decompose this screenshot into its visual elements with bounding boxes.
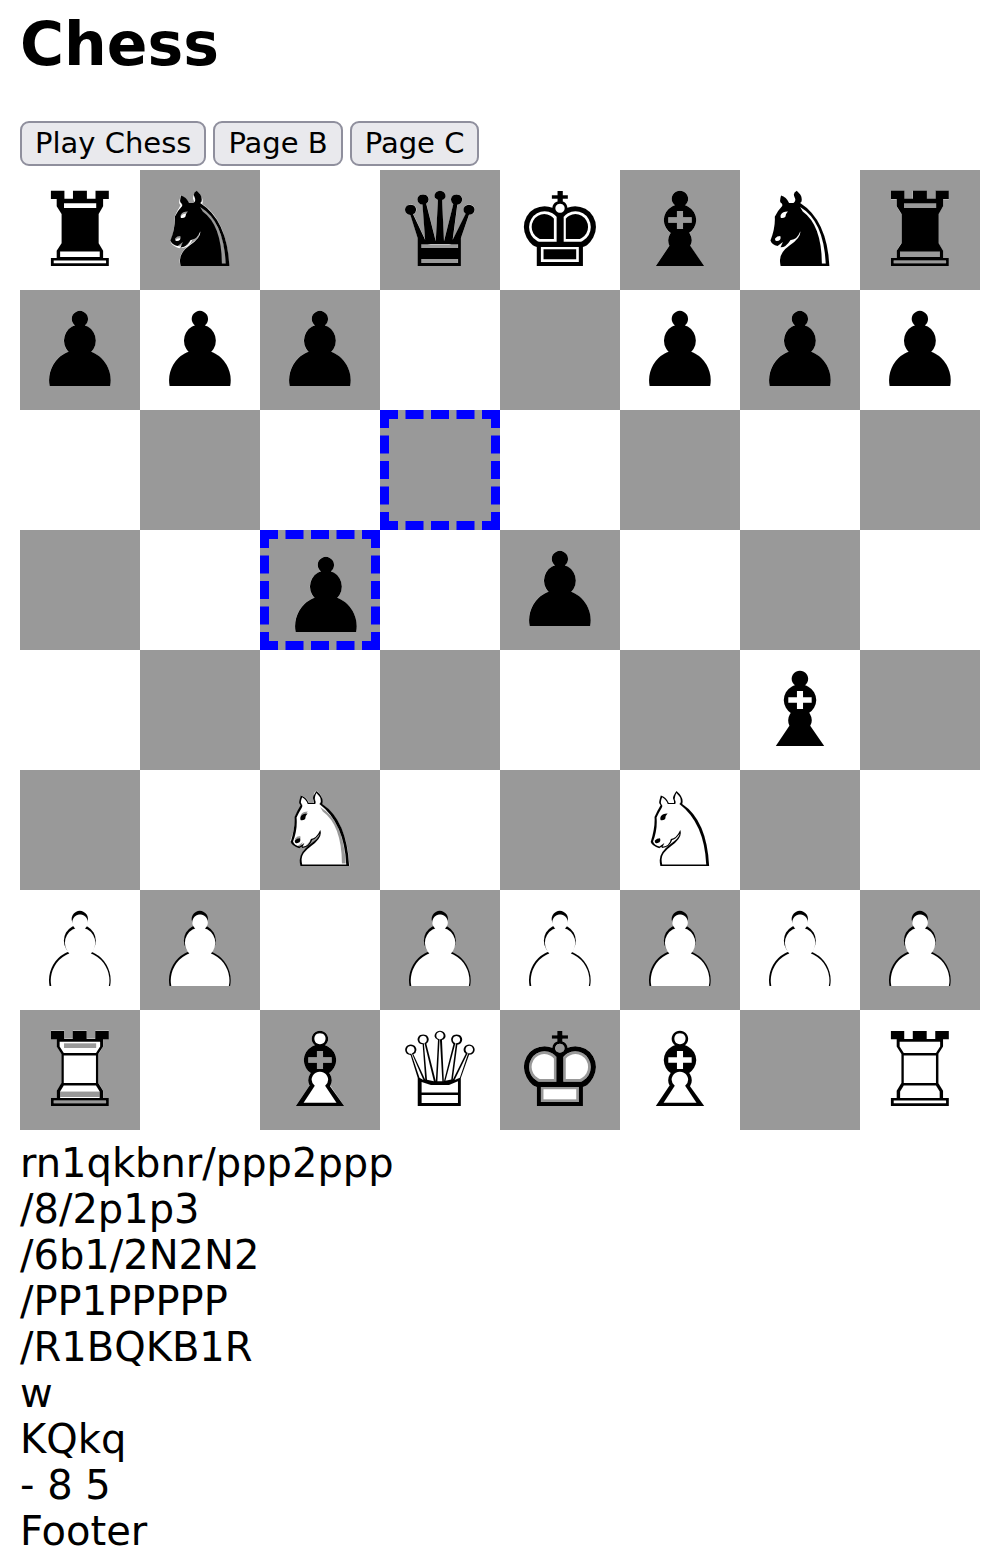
piece-wP-f2[interactable]: ♟♙ bbox=[623, 893, 737, 1007]
piece-fill-glyph: ♟ bbox=[516, 903, 604, 1001]
piece-outline-glyph: ♟ bbox=[754, 299, 846, 402]
piece-bK-e8[interactable]: ♔♚ bbox=[503, 173, 617, 287]
piece-bN-g8[interactable]: ♘♞ bbox=[743, 173, 857, 287]
square-b1[interactable] bbox=[140, 1010, 260, 1130]
square-d6[interactable] bbox=[380, 410, 500, 530]
square-g2[interactable]: ♟♙ bbox=[740, 890, 860, 1010]
piece-outline-glyph: ♔ bbox=[514, 1019, 606, 1122]
footer-text: Footer bbox=[20, 1508, 980, 1550]
chess-board: ♖♜♘♞♕♛♔♚♗♝♘♞♖♜♙♟♙♟♙♟♙♟♙♟♙♟♙♟♙♟♗♝♞♘♞♘♟♙♟♙… bbox=[20, 170, 980, 1130]
square-f4[interactable] bbox=[620, 650, 740, 770]
page-title: Chess bbox=[20, 10, 980, 79]
square-h7[interactable]: ♙♟ bbox=[860, 290, 980, 410]
square-c4[interactable] bbox=[260, 650, 380, 770]
piece-wP-g2[interactable]: ♟♙ bbox=[743, 893, 857, 1007]
piece-bB-f8[interactable]: ♗♝ bbox=[623, 173, 737, 287]
square-h5[interactable] bbox=[860, 530, 980, 650]
square-e7[interactable] bbox=[500, 290, 620, 410]
square-g3[interactable] bbox=[740, 770, 860, 890]
square-a5[interactable] bbox=[20, 530, 140, 650]
square-h1[interactable]: ♜♖ bbox=[860, 1010, 980, 1130]
piece-bR-a8[interactable]: ♖♜ bbox=[23, 173, 137, 287]
piece-wR-h1[interactable]: ♜♖ bbox=[863, 1013, 977, 1127]
piece-outline-glyph: ♖ bbox=[34, 1019, 126, 1122]
piece-fill-glyph: ♟ bbox=[156, 903, 244, 1001]
square-f3[interactable]: ♞♘ bbox=[620, 770, 740, 890]
square-c6[interactable] bbox=[260, 410, 380, 530]
fen-line-7: KQkq bbox=[20, 1416, 980, 1462]
piece-outline-glyph: ♟ bbox=[154, 299, 246, 402]
piece-outline-glyph: ♗ bbox=[634, 1019, 726, 1122]
square-a6[interactable] bbox=[20, 410, 140, 530]
square-g6[interactable] bbox=[740, 410, 860, 530]
piece-outline-glyph: ♕ bbox=[394, 1019, 486, 1122]
piece-outline-glyph: ♟ bbox=[274, 299, 366, 402]
piece-wR-a1[interactable]: ♜♖ bbox=[23, 1013, 137, 1127]
piece-outline-glyph: ♟ bbox=[280, 545, 372, 648]
square-c2[interactable] bbox=[260, 890, 380, 1010]
square-a2[interactable]: ♟♙ bbox=[20, 890, 140, 1010]
square-a1[interactable]: ♜♖ bbox=[20, 1010, 140, 1130]
piece-wN-c3[interactable]: ♞♘ bbox=[263, 773, 377, 887]
square-e8[interactable]: ♔♚ bbox=[500, 170, 620, 290]
piece-outline-glyph: ♘ bbox=[274, 779, 366, 882]
square-c5[interactable]: ♙♟ bbox=[260, 530, 380, 650]
page-c-button[interactable]: Page C bbox=[350, 121, 480, 166]
piece-outline-glyph: ♖ bbox=[874, 1019, 966, 1122]
piece-outline-glyph: ♟ bbox=[514, 539, 606, 642]
piece-outline-glyph: ♝ bbox=[754, 659, 846, 762]
square-g4[interactable]: ♗♝ bbox=[740, 650, 860, 770]
square-c7[interactable]: ♙♟ bbox=[260, 290, 380, 410]
piece-bP-c7[interactable]: ♙♟ bbox=[263, 293, 377, 407]
fen-line-8: - 8 5 bbox=[20, 1462, 980, 1508]
piece-outline-glyph: ♟ bbox=[34, 299, 126, 402]
piece-bP-c5[interactable]: ♙♟ bbox=[269, 539, 383, 653]
piece-wK-e1[interactable]: ♚♔ bbox=[503, 1013, 617, 1127]
piece-fill-glyph: ♟ bbox=[876, 903, 964, 1001]
square-f6[interactable] bbox=[620, 410, 740, 530]
piece-fill-glyph: ♟ bbox=[36, 903, 124, 1001]
piece-outline-glyph: ♗ bbox=[274, 1019, 366, 1122]
square-g7[interactable]: ♙♟ bbox=[740, 290, 860, 410]
piece-wP-h2[interactable]: ♟♙ bbox=[863, 893, 977, 1007]
piece-wQ-d1[interactable]: ♛♕ bbox=[383, 1013, 497, 1127]
piece-outline-glyph: ♞ bbox=[154, 179, 246, 282]
square-b6[interactable] bbox=[140, 410, 260, 530]
square-c3[interactable]: ♞♘ bbox=[260, 770, 380, 890]
piece-outline-glyph: ♚ bbox=[514, 179, 606, 282]
piece-wP-a2[interactable]: ♟♙ bbox=[23, 893, 137, 1007]
square-a4[interactable] bbox=[20, 650, 140, 770]
square-e3[interactable] bbox=[500, 770, 620, 890]
piece-fill-glyph: ♟ bbox=[756, 903, 844, 1001]
square-e2[interactable]: ♟♙ bbox=[500, 890, 620, 1010]
piece-outline-glyph: ♘ bbox=[634, 779, 726, 882]
square-h8[interactable]: ♖♜ bbox=[860, 170, 980, 290]
piece-wB-f1[interactable]: ♝♗ bbox=[623, 1013, 737, 1127]
piece-wP-d2[interactable]: ♟♙ bbox=[383, 893, 497, 1007]
square-e4[interactable] bbox=[500, 650, 620, 770]
piece-bQ-d8[interactable]: ♕♛ bbox=[383, 173, 497, 287]
piece-outline-glyph: ♝ bbox=[634, 179, 726, 282]
square-e6[interactable] bbox=[500, 410, 620, 530]
square-d1[interactable]: ♛♕ bbox=[380, 1010, 500, 1130]
square-c8[interactable] bbox=[260, 170, 380, 290]
square-a8[interactable]: ♖♜ bbox=[20, 170, 140, 290]
piece-outline-glyph: ♜ bbox=[34, 179, 126, 282]
piece-bP-e5[interactable]: ♙♟ bbox=[503, 533, 617, 647]
piece-bP-f7[interactable]: ♙♟ bbox=[623, 293, 737, 407]
square-f2[interactable]: ♟♙ bbox=[620, 890, 740, 1010]
square-b3[interactable] bbox=[140, 770, 260, 890]
square-b2[interactable]: ♟♙ bbox=[140, 890, 260, 1010]
piece-wN-f3[interactable]: ♞♘ bbox=[623, 773, 737, 887]
square-b8[interactable]: ♘♞ bbox=[140, 170, 260, 290]
fen-line-2: /8/2p1p3 bbox=[20, 1186, 980, 1232]
piece-bN-b8[interactable]: ♘♞ bbox=[143, 173, 257, 287]
square-b5[interactable] bbox=[140, 530, 260, 650]
square-g1[interactable] bbox=[740, 1010, 860, 1130]
toolbar: Play Chess Page B Page C bbox=[20, 121, 980, 166]
fen-line-4: /PP1PPPPP bbox=[20, 1278, 980, 1324]
piece-wP-e2[interactable]: ♟♙ bbox=[503, 893, 617, 1007]
play-chess-button[interactable]: Play Chess bbox=[20, 121, 206, 166]
square-d5[interactable] bbox=[380, 530, 500, 650]
square-a7[interactable]: ♙♟ bbox=[20, 290, 140, 410]
square-c1[interactable]: ♝♗ bbox=[260, 1010, 380, 1130]
piece-fill-glyph: ♟ bbox=[636, 903, 724, 1001]
piece-fill-glyph: ♟ bbox=[396, 903, 484, 1001]
square-h2[interactable]: ♟♙ bbox=[860, 890, 980, 1010]
square-f5[interactable] bbox=[620, 530, 740, 650]
square-d4[interactable] bbox=[380, 650, 500, 770]
fen-text: rn1qkbnr/ppp2ppp /8/2p1p3 /6b1/2N2N2 /PP… bbox=[20, 1140, 980, 1508]
piece-wB-c1[interactable]: ♝♗ bbox=[263, 1013, 377, 1127]
square-e5[interactable]: ♙♟ bbox=[500, 530, 620, 650]
square-d2[interactable]: ♟♙ bbox=[380, 890, 500, 1010]
piece-bP-h7[interactable]: ♙♟ bbox=[863, 293, 977, 407]
piece-outline-glyph: ♜ bbox=[874, 179, 966, 282]
square-a3[interactable] bbox=[20, 770, 140, 890]
square-f1[interactable]: ♝♗ bbox=[620, 1010, 740, 1130]
square-b7[interactable]: ♙♟ bbox=[140, 290, 260, 410]
piece-outline-glyph: ♛ bbox=[394, 179, 486, 282]
piece-bP-g7[interactable]: ♙♟ bbox=[743, 293, 857, 407]
piece-outline-glyph: ♟ bbox=[874, 299, 966, 402]
square-f7[interactable]: ♙♟ bbox=[620, 290, 740, 410]
square-d3[interactable] bbox=[380, 770, 500, 890]
fen-line-5: /R1BQKB1R bbox=[20, 1324, 980, 1370]
square-d8[interactable]: ♕♛ bbox=[380, 170, 500, 290]
fen-line-3: /6b1/2N2N2 bbox=[20, 1232, 980, 1278]
square-g8[interactable]: ♘♞ bbox=[740, 170, 860, 290]
fen-line-1: rn1qkbnr/ppp2ppp bbox=[20, 1140, 980, 1186]
square-h3[interactable] bbox=[860, 770, 980, 890]
square-e1[interactable]: ♚♔ bbox=[500, 1010, 620, 1130]
piece-bP-a7[interactable]: ♙♟ bbox=[23, 293, 137, 407]
square-h4[interactable] bbox=[860, 650, 980, 770]
square-h6[interactable] bbox=[860, 410, 980, 530]
piece-wP-b2[interactable]: ♟♙ bbox=[143, 893, 257, 1007]
piece-bB-g4[interactable]: ♗♝ bbox=[743, 653, 857, 767]
square-f8[interactable]: ♗♝ bbox=[620, 170, 740, 290]
piece-bP-b7[interactable]: ♙♟ bbox=[143, 293, 257, 407]
piece-outline-glyph: ♟ bbox=[634, 299, 726, 402]
piece-outline-glyph: ♞ bbox=[754, 179, 846, 282]
page-b-button[interactable]: Page B bbox=[213, 121, 342, 166]
fen-line-6: w bbox=[20, 1370, 980, 1416]
square-b4[interactable] bbox=[140, 650, 260, 770]
square-d7[interactable] bbox=[380, 290, 500, 410]
piece-bR-h8[interactable]: ♖♜ bbox=[863, 173, 977, 287]
square-g5[interactable] bbox=[740, 530, 860, 650]
